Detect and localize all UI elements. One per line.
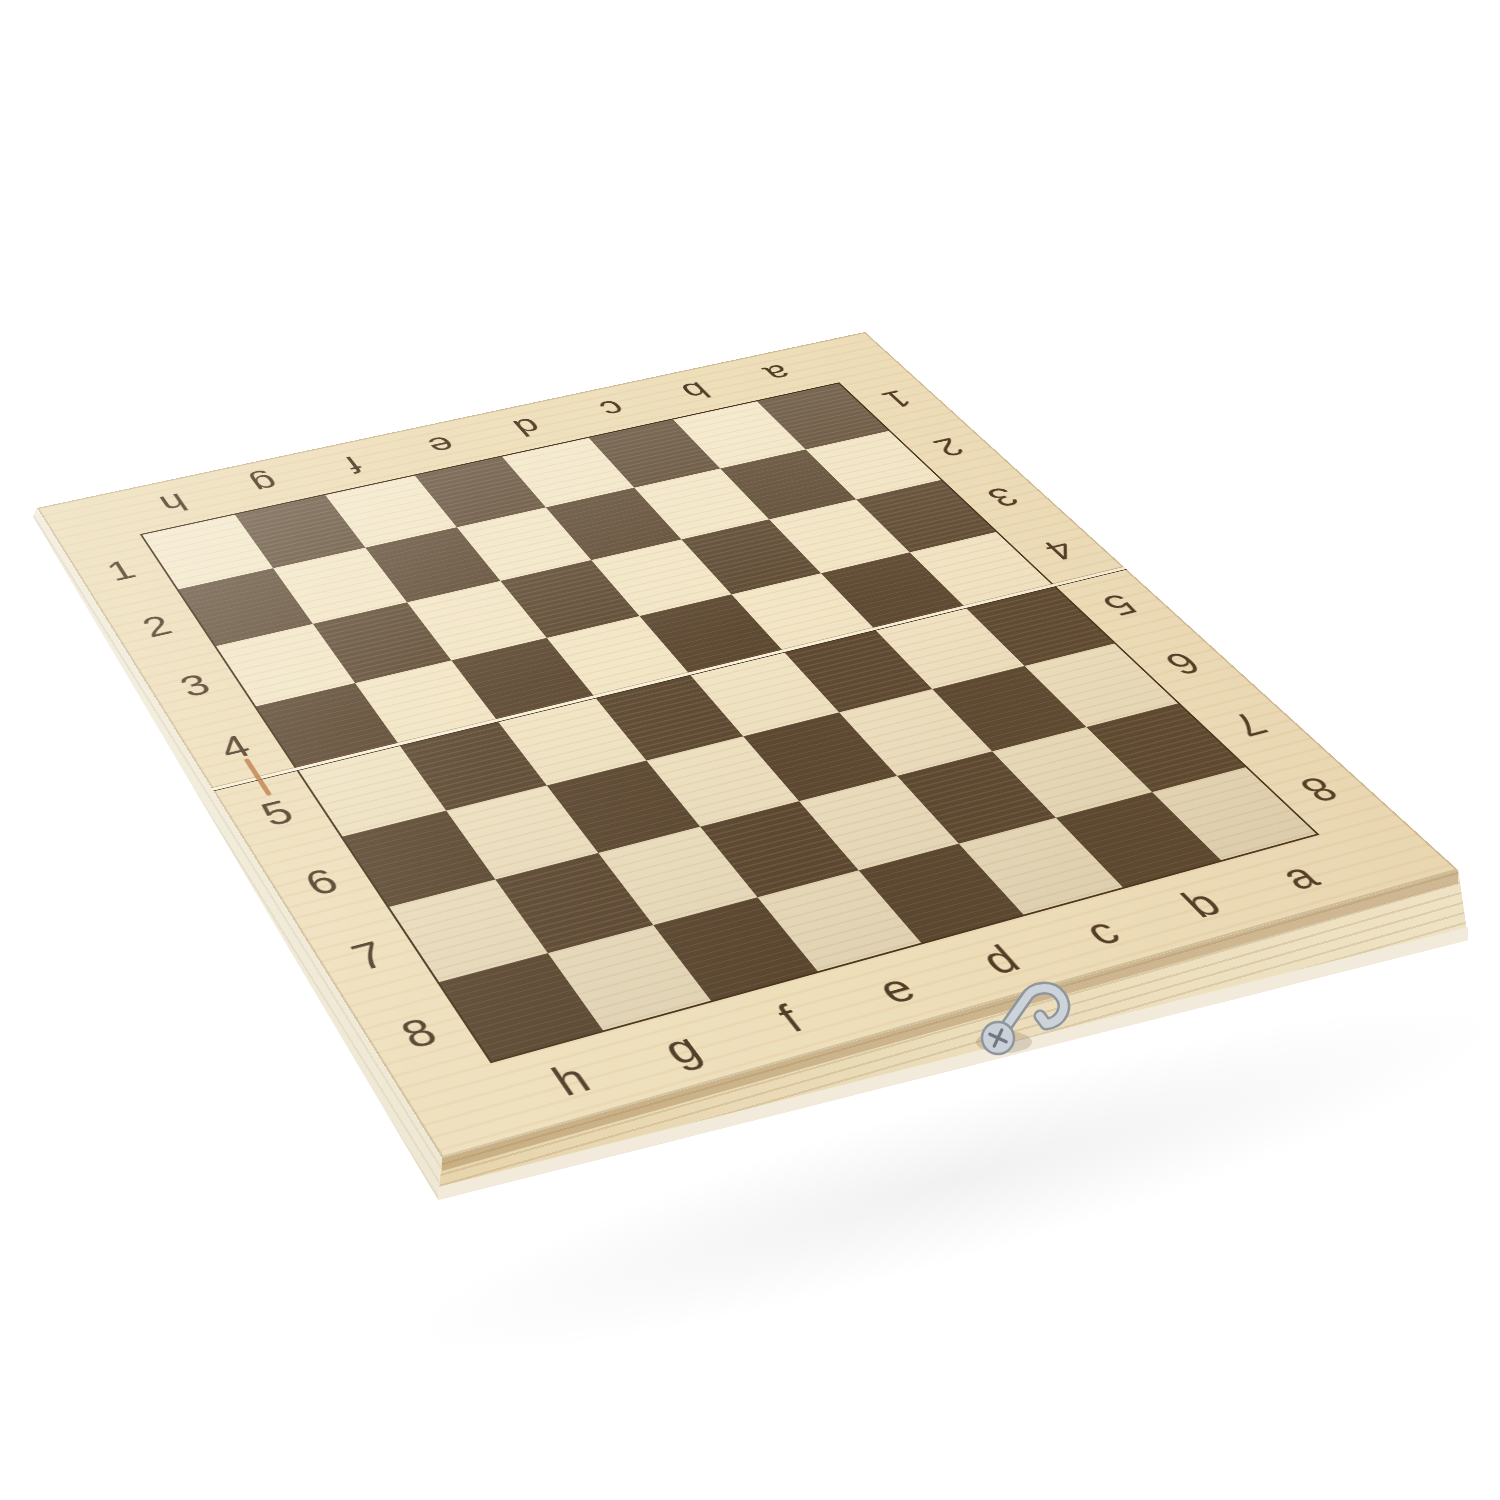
- product-photo-stage: hgfedcba1122334455667788hgfedcba: [0, 0, 1500, 1500]
- clasp-screw-icon: [982, 1022, 1014, 1054]
- fold-clasp: [950, 950, 1090, 1070]
